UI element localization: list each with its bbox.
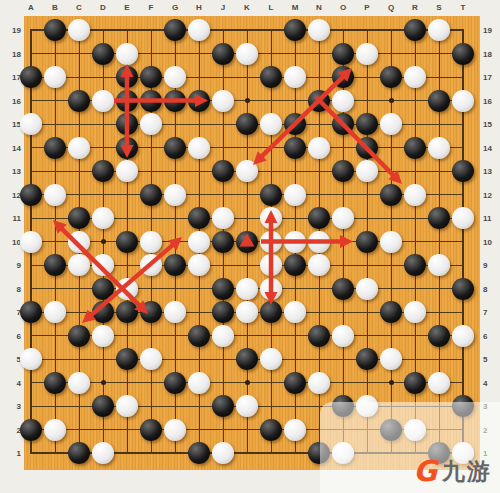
arrowhead-icon [121, 145, 134, 158]
direction-arrow-diagonal-sw-ne-left [89, 243, 175, 317]
watermark: G 九游 [320, 402, 500, 493]
direction-arrow-diagonal-nw-se-left [59, 226, 141, 307]
screenshot-root: ABCDEFGHJKLMNOPQRST191918181717161615151… [0, 0, 500, 493]
watermark-logo-icon: G [413, 457, 437, 486]
arrowhead-icon [265, 292, 278, 305]
watermark-row: G 九游 [413, 457, 492, 486]
arrowhead-icon [195, 94, 208, 107]
watermark-brand-text: 九游 [442, 460, 492, 483]
arrowhead-icon [121, 64, 134, 77]
triangle-marker-icon [240, 234, 255, 247]
arrowhead-icon [340, 235, 353, 248]
direction-arrow-diagonal-down-right [316, 97, 396, 178]
arrowhead-icon [265, 210, 278, 223]
